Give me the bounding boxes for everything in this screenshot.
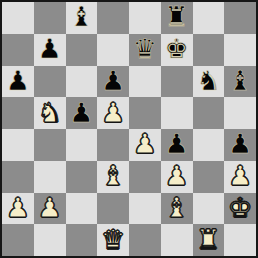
square-b1[interactable]	[34, 224, 66, 256]
black-pawn-icon[interactable]: ♟	[228, 130, 252, 157]
square-f3[interactable]: ♟	[161, 161, 193, 193]
square-e1[interactable]	[129, 224, 161, 256]
square-f5[interactable]	[161, 97, 193, 129]
square-h7[interactable]	[224, 34, 256, 66]
square-g6[interactable]: ♞	[193, 66, 225, 98]
white-pawn-icon[interactable]: ♟	[38, 194, 62, 221]
square-g4[interactable]	[193, 129, 225, 161]
square-d7[interactable]	[97, 34, 129, 66]
square-c4[interactable]	[66, 129, 98, 161]
black-pawn-icon[interactable]: ♟	[6, 67, 30, 94]
white-pawn-icon[interactable]: ♟	[228, 162, 252, 189]
black-pawn-icon[interactable]: ♟	[101, 67, 125, 94]
square-f1[interactable]	[161, 224, 193, 256]
black-rook-icon[interactable]: ♜	[165, 3, 189, 30]
square-b2[interactable]: ♟	[34, 193, 66, 225]
square-c8[interactable]: ♝	[66, 2, 98, 34]
square-d2[interactable]	[97, 193, 129, 225]
black-pawn-icon[interactable]: ♟	[165, 130, 189, 157]
square-e7[interactable]: ♛	[129, 34, 161, 66]
square-g8[interactable]	[193, 2, 225, 34]
white-queen-icon[interactable]: ♛	[101, 226, 125, 253]
black-knight-icon[interactable]: ♞	[196, 67, 220, 94]
black-pawn-icon[interactable]: ♟	[69, 99, 93, 126]
square-h3[interactable]: ♟	[224, 161, 256, 193]
square-a8[interactable]	[2, 2, 34, 34]
square-c6[interactable]	[66, 66, 98, 98]
white-bishop-icon[interactable]: ♝	[101, 162, 125, 189]
square-h5[interactable]	[224, 97, 256, 129]
square-c2[interactable]	[66, 193, 98, 225]
square-a4[interactable]	[2, 129, 34, 161]
square-d4[interactable]	[97, 129, 129, 161]
square-b5[interactable]: ♞	[34, 97, 66, 129]
white-pawn-icon[interactable]: ♟	[165, 162, 189, 189]
square-b7[interactable]: ♟	[34, 34, 66, 66]
square-f6[interactable]	[161, 66, 193, 98]
square-d6[interactable]: ♟	[97, 66, 129, 98]
square-f4[interactable]: ♟	[161, 129, 193, 161]
square-c7[interactable]	[66, 34, 98, 66]
square-g5[interactable]	[193, 97, 225, 129]
black-pawn-icon[interactable]: ♟	[38, 35, 62, 62]
square-a7[interactable]	[2, 34, 34, 66]
square-g1[interactable]: ♜	[193, 224, 225, 256]
square-e5[interactable]	[129, 97, 161, 129]
square-g3[interactable]	[193, 161, 225, 193]
square-a1[interactable]	[2, 224, 34, 256]
white-bishop-icon[interactable]: ♝	[165, 194, 189, 221]
square-h8[interactable]	[224, 2, 256, 34]
white-rook-icon[interactable]: ♜	[196, 226, 220, 253]
square-b3[interactable]	[34, 161, 66, 193]
square-e4[interactable]: ♟	[129, 129, 161, 161]
square-e2[interactable]	[129, 193, 161, 225]
black-bishop-icon[interactable]: ♝	[69, 3, 93, 30]
square-g7[interactable]	[193, 34, 225, 66]
square-a6[interactable]: ♟	[2, 66, 34, 98]
white-knight-icon[interactable]: ♞	[38, 99, 62, 126]
square-h1[interactable]	[224, 224, 256, 256]
white-pawn-icon[interactable]: ♟	[133, 130, 157, 157]
square-h2[interactable]: ♚	[224, 193, 256, 225]
square-c3[interactable]	[66, 161, 98, 193]
square-b6[interactable]	[34, 66, 66, 98]
square-c5[interactable]: ♟	[66, 97, 98, 129]
black-bishop-icon[interactable]: ♝	[228, 67, 252, 94]
square-h4[interactable]: ♟	[224, 129, 256, 161]
square-e8[interactable]	[129, 2, 161, 34]
chess-board: ♝♜♟♛♚♟♟♞♝♞♟♟♟♟♟♝♟♟♟♟♝♚♛♜	[0, 0, 258, 258]
white-pawn-icon[interactable]: ♟	[6, 194, 30, 221]
square-d8[interactable]	[97, 2, 129, 34]
square-b4[interactable]	[34, 129, 66, 161]
square-f2[interactable]: ♝	[161, 193, 193, 225]
square-c1[interactable]	[66, 224, 98, 256]
square-b8[interactable]	[34, 2, 66, 34]
black-king-icon[interactable]: ♚	[165, 35, 189, 62]
white-king-icon[interactable]: ♚	[228, 194, 252, 221]
white-pawn-icon[interactable]: ♟	[101, 99, 125, 126]
square-f7[interactable]: ♚	[161, 34, 193, 66]
square-a5[interactable]	[2, 97, 34, 129]
black-queen-icon[interactable]: ♛	[133, 35, 157, 62]
square-g2[interactable]	[193, 193, 225, 225]
square-d1[interactable]: ♛	[97, 224, 129, 256]
square-f8[interactable]: ♜	[161, 2, 193, 34]
square-a3[interactable]	[2, 161, 34, 193]
square-d3[interactable]: ♝	[97, 161, 129, 193]
square-d5[interactable]: ♟	[97, 97, 129, 129]
square-e6[interactable]	[129, 66, 161, 98]
square-e3[interactable]	[129, 161, 161, 193]
square-a2[interactable]: ♟	[2, 193, 34, 225]
square-h6[interactable]: ♝	[224, 66, 256, 98]
